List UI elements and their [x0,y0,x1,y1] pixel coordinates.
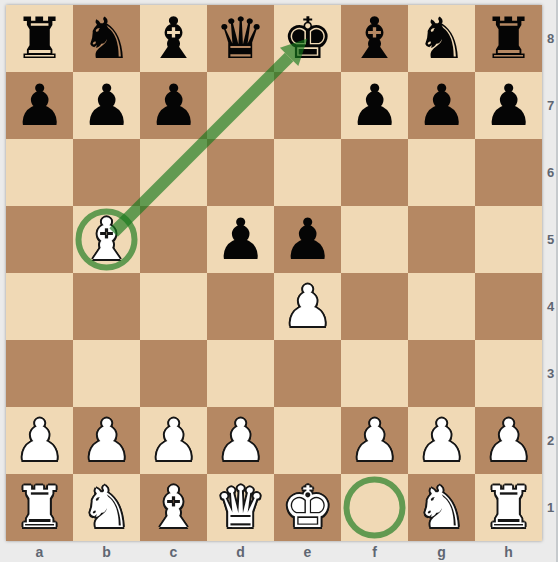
square-a4[interactable] [6,273,73,340]
piece-white-rook[interactable]: ♜ [6,474,73,541]
square-d6[interactable] [207,139,274,206]
piece-white-queen[interactable]: ♛ [207,474,274,541]
square-d7[interactable] [207,72,274,139]
square-e2[interactable] [274,407,341,474]
square-d5[interactable]: ♟ [207,206,274,273]
square-c4[interactable] [140,273,207,340]
square-f6[interactable] [341,139,408,206]
piece-black-pawn[interactable]: ♟ [475,72,542,139]
piece-white-knight[interactable]: ♞ [73,474,140,541]
square-a2[interactable]: ♟ [6,407,73,474]
square-c8[interactable]: ♝ [140,5,207,72]
square-b5[interactable]: ♝ [73,206,140,273]
square-g1[interactable]: ♞ [408,474,475,541]
piece-white-pawn[interactable]: ♟ [408,407,475,474]
square-d8[interactable]: ♛ [207,5,274,72]
square-b1[interactable]: ♞ [73,474,140,541]
square-g8[interactable]: ♞ [408,5,475,72]
chess-board-container: ♜♞♝♛♚♝♞♜♟♟♟♟♟♟♝♟♟♟♟♟♟♟♟♟♟♜♞♝♛♚♞♜ [6,5,542,541]
piece-black-knight[interactable]: ♞ [73,5,140,72]
square-h4[interactable] [475,273,542,340]
square-h8[interactable]: ♜ [475,5,542,72]
square-b4[interactable] [73,273,140,340]
square-f8[interactable]: ♝ [341,5,408,72]
file-label-d: d [207,542,274,562]
square-e4[interactable]: ♟ [274,273,341,340]
file-label-h: h [475,542,542,562]
square-c5[interactable] [140,206,207,273]
piece-black-pawn[interactable]: ♟ [207,206,274,273]
piece-black-queen[interactable]: ♛ [207,5,274,72]
square-c1[interactable]: ♝ [140,474,207,541]
piece-white-bishop[interactable]: ♝ [140,474,207,541]
piece-black-bishop[interactable]: ♝ [341,5,408,72]
square-b2[interactable]: ♟ [73,407,140,474]
square-a3[interactable] [6,340,73,407]
square-b7[interactable]: ♟ [73,72,140,139]
piece-white-bishop[interactable]: ♝ [73,206,140,273]
square-g5[interactable] [408,206,475,273]
square-g7[interactable]: ♟ [408,72,475,139]
file-label-e: e [274,542,341,562]
square-h5[interactable] [475,206,542,273]
piece-white-rook[interactable]: ♜ [475,474,542,541]
piece-black-pawn[interactable]: ♟ [6,72,73,139]
file-label-g: g [408,542,475,562]
piece-white-pawn[interactable]: ♟ [6,407,73,474]
piece-black-pawn[interactable]: ♟ [140,72,207,139]
square-c2[interactable]: ♟ [140,407,207,474]
square-a5[interactable] [6,206,73,273]
square-f4[interactable] [341,273,408,340]
piece-black-pawn[interactable]: ♟ [408,72,475,139]
file-label-f: f [341,542,408,562]
square-h3[interactable] [475,340,542,407]
square-d2[interactable]: ♟ [207,407,274,474]
square-a1[interactable]: ♜ [6,474,73,541]
square-h1[interactable]: ♜ [475,474,542,541]
square-e8[interactable]: ♚ [274,5,341,72]
square-a7[interactable]: ♟ [6,72,73,139]
square-e5[interactable]: ♟ [274,206,341,273]
file-label-b: b [73,542,140,562]
square-c3[interactable] [140,340,207,407]
file-label-a: a [6,542,73,562]
piece-white-knight[interactable]: ♞ [408,474,475,541]
piece-white-pawn[interactable]: ♟ [207,407,274,474]
piece-white-king[interactable]: ♚ [274,474,341,541]
square-c7[interactable]: ♟ [140,72,207,139]
piece-black-rook[interactable]: ♜ [475,5,542,72]
square-b8[interactable]: ♞ [73,5,140,72]
piece-black-pawn[interactable]: ♟ [73,72,140,139]
square-g3[interactable] [408,340,475,407]
square-b3[interactable] [73,340,140,407]
square-d4[interactable] [207,273,274,340]
square-e7[interactable] [274,72,341,139]
square-g2[interactable]: ♟ [408,407,475,474]
piece-black-rook[interactable]: ♜ [6,5,73,72]
square-f2[interactable]: ♟ [341,407,408,474]
square-h2[interactable]: ♟ [475,407,542,474]
board: ♜♞♝♛♚♝♞♜♟♟♟♟♟♟♝♟♟♟♟♟♟♟♟♟♟♜♞♝♛♚♞♜ [6,5,542,541]
piece-black-pawn[interactable]: ♟ [341,72,408,139]
piece-black-pawn[interactable]: ♟ [274,206,341,273]
file-coordinates: abcdefgh [6,542,542,562]
square-a8[interactable]: ♜ [6,5,73,72]
piece-black-bishop[interactable]: ♝ [140,5,207,72]
square-a6[interactable] [6,139,73,206]
piece-white-pawn[interactable]: ♟ [341,407,408,474]
square-e1[interactable]: ♚ [274,474,341,541]
square-f3[interactable] [341,340,408,407]
file-label-c: c [140,542,207,562]
square-d3[interactable] [207,340,274,407]
square-b6[interactable] [73,139,140,206]
square-c6[interactable] [140,139,207,206]
piece-black-knight[interactable]: ♞ [408,5,475,72]
square-g4[interactable] [408,273,475,340]
square-h6[interactable] [475,139,542,206]
square-f5[interactable] [341,206,408,273]
square-f7[interactable]: ♟ [341,72,408,139]
square-f1[interactable] [341,474,408,541]
square-e6[interactable] [274,139,341,206]
piece-white-pawn[interactable]: ♟ [140,407,207,474]
square-h7[interactable]: ♟ [475,72,542,139]
piece-white-pawn[interactable]: ♟ [274,273,341,340]
piece-white-pawn[interactable]: ♟ [475,407,542,474]
square-d1[interactable]: ♛ [207,474,274,541]
piece-white-pawn[interactable]: ♟ [73,407,140,474]
square-g6[interactable] [408,139,475,206]
square-e3[interactable] [274,340,341,407]
piece-black-king[interactable]: ♚ [274,5,341,72]
